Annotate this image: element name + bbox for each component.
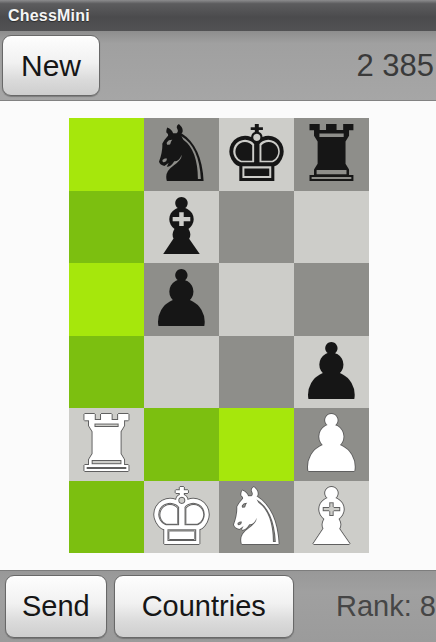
black-king-piece: ♚	[222, 118, 292, 190]
square-r4c4[interactable]: ♟	[294, 336, 369, 409]
black-pawn-piece: ♟	[297, 336, 367, 408]
square-r4c3[interactable]	[219, 336, 294, 409]
title-bar: ChessMini	[0, 0, 436, 31]
app-screen: ChessMini New 2 385 ♞♚♜♝♟♟♜♟♚♞♝ Send Cou…	[0, 0, 436, 642]
send-button[interactable]: Send	[5, 575, 107, 638]
square-r3c4[interactable]	[294, 263, 369, 336]
square-r4c1[interactable]	[69, 336, 144, 409]
square-r3c2[interactable]: ♟	[144, 263, 219, 336]
square-r1c3[interactable]: ♚	[219, 118, 294, 191]
square-r6c2[interactable]: ♚	[144, 481, 219, 554]
square-r2c3[interactable]	[219, 191, 294, 264]
square-r5c2[interactable]	[144, 408, 219, 481]
square-r1c4[interactable]: ♜	[294, 118, 369, 191]
square-r6c1[interactable]	[69, 481, 144, 554]
black-knight-piece: ♞	[147, 118, 217, 190]
square-r2c1[interactable]	[69, 191, 144, 264]
new-button[interactable]: New	[2, 35, 100, 96]
square-r5c1[interactable]: ♜	[69, 408, 144, 481]
chess-board[interactable]: ♞♚♜♝♟♟♜♟♚♞♝	[69, 118, 369, 553]
app-title: ChessMini	[8, 7, 90, 25]
bottom-bar: Send Countries Rank: 8	[0, 570, 436, 642]
square-r3c1[interactable]	[69, 263, 144, 336]
white-king-piece: ♚	[147, 481, 217, 553]
square-r5c3[interactable]	[219, 408, 294, 481]
content-area: ♞♚♜♝♟♟♜♟♚♞♝	[0, 101, 436, 570]
white-pawn-piece: ♟	[297, 408, 367, 480]
black-rook-piece: ♜	[297, 118, 367, 190]
square-r2c4[interactable]	[294, 191, 369, 264]
square-r6c3[interactable]: ♞	[219, 481, 294, 554]
toolbar: New 2 385	[0, 31, 436, 101]
white-bishop-piece: ♝	[297, 481, 367, 553]
score-display: 2 385	[356, 48, 434, 84]
square-r1c1[interactable]	[69, 118, 144, 191]
square-r6c4[interactable]: ♝	[294, 481, 369, 554]
square-r3c3[interactable]	[219, 263, 294, 336]
square-r1c2[interactable]: ♞	[144, 118, 219, 191]
rank-text: Rank: 8	[336, 571, 436, 642]
countries-button[interactable]: Countries	[114, 575, 294, 638]
square-r4c2[interactable]	[144, 336, 219, 409]
black-bishop-piece: ♝	[147, 191, 217, 263]
black-pawn-piece: ♟	[147, 263, 217, 335]
square-r5c4[interactable]: ♟	[294, 408, 369, 481]
white-rook-piece: ♜	[72, 408, 142, 480]
square-r2c2[interactable]: ♝	[144, 191, 219, 264]
white-knight-piece: ♞	[222, 481, 292, 553]
